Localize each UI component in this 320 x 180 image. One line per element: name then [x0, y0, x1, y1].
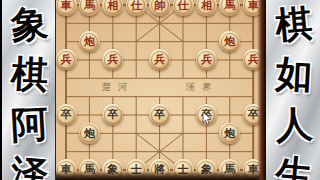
piece-glyph: 兵 — [154, 54, 165, 65]
mouse-cursor — [202, 112, 212, 126]
piece-red-r3c0[interactable]: 兵 — [56, 49, 77, 70]
xiangqi-board[interactable]: 楚河 漢界 車馬相仕帥仕相馬車炮炮兵兵兵兵兵卒卒卒卒卒炮炮車馬象士將士象馬車 — [55, 0, 265, 180]
piece-glyph: 兵 — [61, 54, 72, 65]
banner-char: 棋 — [1, 49, 59, 102]
left-calligraphy-banner: 象 棋 阿 泽 — [0, 0, 59, 180]
banner-char: 泽 — [0, 148, 59, 180]
board-right-edge-shadow — [257, 0, 265, 180]
banner-char: 如 — [265, 49, 320, 102]
piece-red-r2c1[interactable]: 炮 — [79, 31, 100, 52]
right-calligraphy-banner: 棋 如 人 生 — [264, 0, 320, 180]
piece-black-r6c0[interactable]: 卒 — [56, 104, 77, 125]
piece-red-r0c0[interactable]: 車 — [56, 0, 77, 16]
piece-red-r0c3[interactable]: 仕 — [126, 0, 147, 16]
piece-glyph: 卒 — [107, 109, 118, 120]
piece-black-r7c1[interactable]: 炮 — [79, 123, 100, 144]
piece-glyph: 馬 — [84, 0, 95, 11]
piece-glyph: 炮 — [224, 36, 235, 47]
piece-glyph: 炮 — [84, 128, 95, 139]
piece-glyph: 炮 — [84, 36, 95, 47]
banner-char: 棋 — [264, 0, 320, 52]
piece-glyph: 卒 — [154, 109, 165, 120]
river-label-han-jie: 漢界 — [172, 81, 232, 94]
piece-glyph: 仕 — [131, 0, 142, 11]
banner-char: 人 — [265, 99, 320, 152]
piece-glyph: 卒 — [61, 109, 72, 120]
banner-char: 阿 — [1, 99, 59, 152]
banner-char: 生 — [264, 148, 320, 180]
piece-red-r0c5[interactable]: 仕 — [173, 0, 194, 16]
piece-glyph: 相 — [107, 0, 118, 11]
piece-glyph: 相 — [201, 0, 212, 11]
piece-glyph: 兵 — [107, 54, 118, 65]
thumbnail-stage: 象 棋 阿 泽 楚河 漢界 車馬相仕帥仕相馬車炮炮兵兵兵兵兵卒卒卒卒卒炮炮車馬象… — [0, 0, 320, 180]
banner-char: 象 — [0, 0, 59, 52]
piece-glyph: 馬 — [224, 0, 235, 11]
piece-black-r7c7[interactable]: 炮 — [219, 123, 240, 144]
piece-glyph: 兵 — [201, 54, 212, 65]
piece-glyph: 車 — [61, 0, 72, 11]
piece-glyph: 仕 — [178, 0, 189, 11]
piece-glyph: 帥 — [154, 0, 165, 11]
river-label-chu-he: 楚河 — [88, 81, 148, 94]
piece-glyph: 炮 — [224, 128, 235, 139]
board-bottom-edge-shadow — [56, 171, 265, 180]
